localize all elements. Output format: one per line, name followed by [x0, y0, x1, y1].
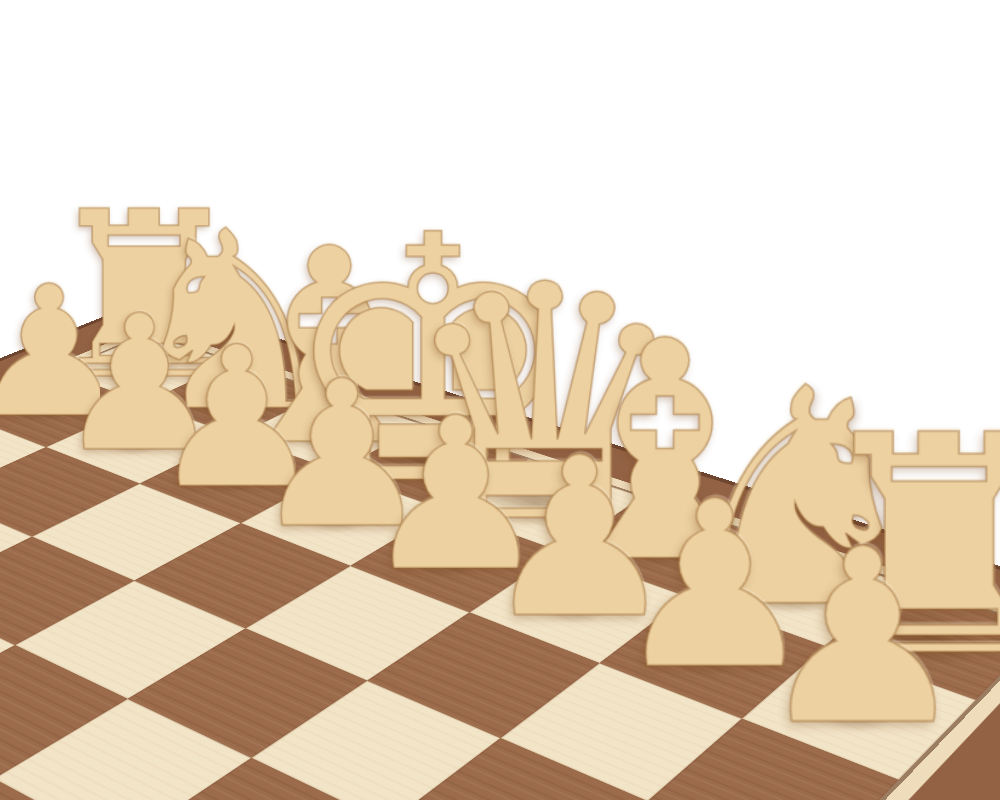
chessboard: ♜♞♝♚♛♝♞♜♟♟♟♟♟♟♟♟ [0, 334, 1000, 800]
scene: ♜♞♝♚♛♝♞♜♟♟♟♟♟♟♟♟ [0, 0, 1000, 800]
product-photo-stage: ♜♞♝♚♛♝♞♜♟♟♟♟♟♟♟♟ [0, 0, 1000, 800]
